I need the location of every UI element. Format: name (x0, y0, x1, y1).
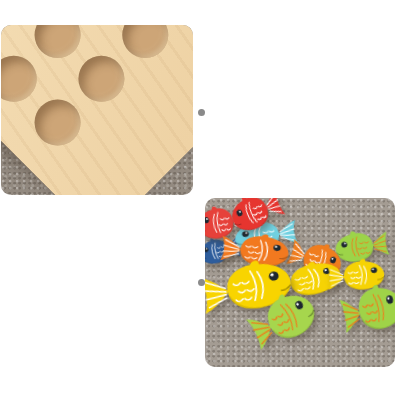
fish-photo-canvas (205, 198, 395, 367)
board-hole (1, 46, 46, 111)
board-hole (69, 46, 134, 111)
board-hole (25, 90, 90, 155)
carousel-dot-2[interactable] (198, 279, 205, 286)
board-hole (113, 25, 178, 67)
product-page-canvas: { "game": { "name": "Wooden magnetic fis… (0, 0, 400, 400)
board-hole (25, 25, 90, 67)
wooden-peg-board-photo[interactable] (1, 25, 193, 195)
carousel-dot-1[interactable] (198, 109, 205, 116)
wooden-fish-pieces-photo[interactable] (205, 198, 395, 367)
board-top-face (1, 25, 193, 195)
